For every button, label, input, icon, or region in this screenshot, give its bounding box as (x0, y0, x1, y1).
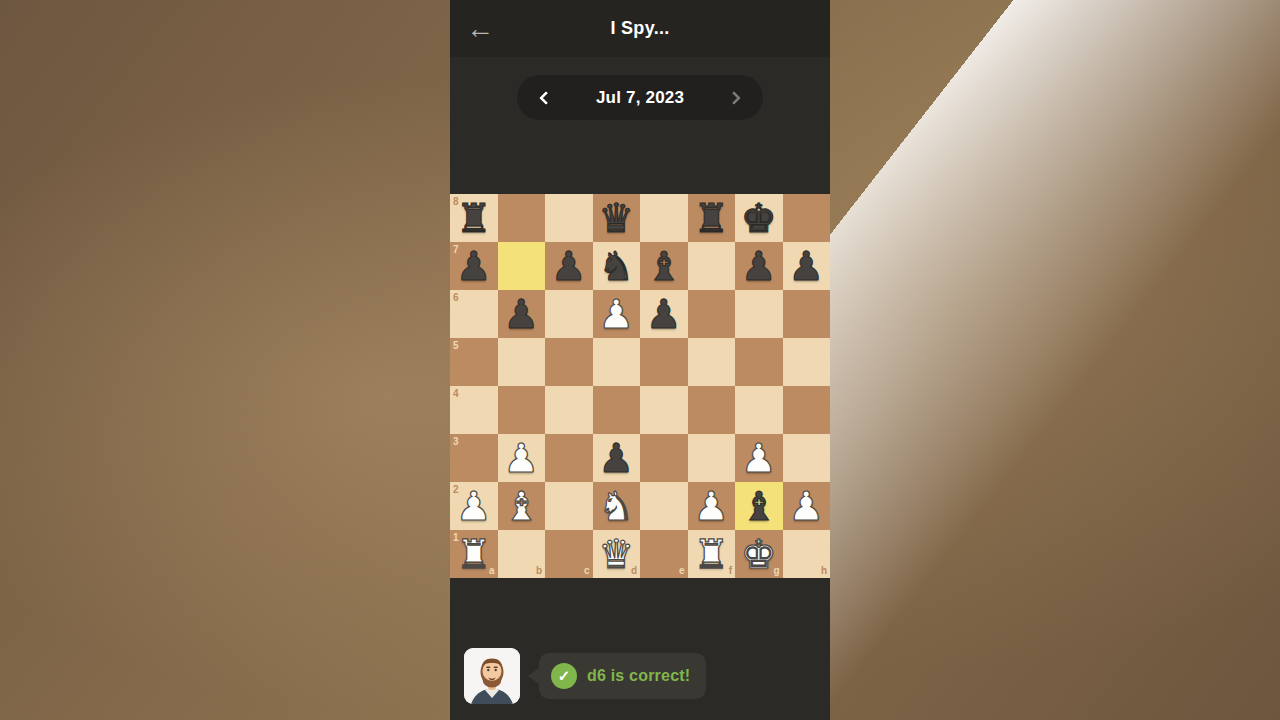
square-c6[interactable] (545, 290, 593, 338)
speech-bubble-tail (528, 668, 539, 684)
coach-avatar-illustration (464, 648, 520, 704)
piece-black-pawn: ♟ (498, 290, 546, 338)
piece-black-bishop: ♝ (640, 242, 688, 290)
square-e5[interactable] (640, 338, 688, 386)
square-b7[interactable] (498, 242, 546, 290)
date-navigator[interactable]: Jul 7, 2023 (517, 75, 763, 120)
piece-white-knight: ♞ (593, 482, 641, 530)
square-c1[interactable]: c (545, 530, 593, 578)
rank-label-4: 4 (453, 389, 459, 399)
square-f3[interactable] (688, 434, 736, 482)
square-d8[interactable]: ♛ (593, 194, 641, 242)
square-e1[interactable]: e (640, 530, 688, 578)
square-e7[interactable]: ♝ (640, 242, 688, 290)
square-c4[interactable] (545, 386, 593, 434)
square-e4[interactable] (640, 386, 688, 434)
square-f2[interactable]: ♟ (688, 482, 736, 530)
rank-label-8: 8 (453, 197, 459, 207)
rank-label-3: 3 (453, 437, 459, 447)
square-g3[interactable]: ♟ (735, 434, 783, 482)
square-h3[interactable] (783, 434, 831, 482)
file-label-e: e (679, 566, 685, 576)
file-label-d: d (631, 566, 637, 576)
back-button[interactable]: ← (466, 0, 514, 57)
file-label-g: g (773, 566, 779, 576)
piece-black-bishop: ♝ (735, 482, 783, 530)
piece-white-pawn: ♟ (593, 290, 641, 338)
blurred-background: ← I Spy... Jul 7, 2023 8♜♛♜♚7♟♟♞♝♟♟6♟♟♟5… (0, 0, 1280, 720)
rank-label-2: 2 (453, 485, 459, 495)
chevron-right-icon[interactable] (727, 90, 741, 104)
square-g2[interactable]: ♝ (735, 482, 783, 530)
chess-board: 8♜♛♜♚7♟♟♞♝♟♟6♟♟♟543♟♟♟2♟♝♞♟♝♟1a♜bcd♛ef♜g… (450, 194, 830, 578)
square-c2[interactable] (545, 482, 593, 530)
piece-black-pawn: ♟ (783, 242, 831, 290)
chevron-left-icon[interactable] (539, 90, 553, 104)
square-h1[interactable]: h (783, 530, 831, 578)
back-arrow-icon: ← (466, 15, 494, 43)
file-label-f: f (729, 566, 732, 576)
square-d1[interactable]: d♛ (593, 530, 641, 578)
square-f7[interactable] (688, 242, 736, 290)
square-g7[interactable]: ♟ (735, 242, 783, 290)
file-label-h: h (821, 566, 827, 576)
piece-black-king: ♚ (735, 194, 783, 242)
file-label-c: c (584, 566, 590, 576)
square-f5[interactable] (688, 338, 736, 386)
square-d3[interactable]: ♟ (593, 434, 641, 482)
square-a1[interactable]: 1a♜ (450, 530, 498, 578)
square-g8[interactable]: ♚ (735, 194, 783, 242)
square-c3[interactable] (545, 434, 593, 482)
speech-bubble: ✓ d6 is correct! (539, 653, 706, 699)
square-g6[interactable] (735, 290, 783, 338)
piece-black-rook: ♜ (688, 194, 736, 242)
square-h4[interactable] (783, 386, 831, 434)
page-title: I Spy... (610, 18, 669, 39)
rank-label-7: 7 (453, 245, 459, 255)
piece-white-pawn: ♟ (498, 434, 546, 482)
square-c8[interactable] (545, 194, 593, 242)
square-b1[interactable]: b (498, 530, 546, 578)
square-d4[interactable] (593, 386, 641, 434)
square-e2[interactable] (640, 482, 688, 530)
square-g1[interactable]: g♚ (735, 530, 783, 578)
piece-white-pawn: ♟ (783, 482, 831, 530)
square-a6[interactable]: 6 (450, 290, 498, 338)
square-d5[interactable] (593, 338, 641, 386)
piece-white-pawn: ♟ (735, 434, 783, 482)
piece-black-pawn: ♟ (545, 242, 593, 290)
square-b6[interactable]: ♟ (498, 290, 546, 338)
square-c5[interactable] (545, 338, 593, 386)
square-a8[interactable]: 8♜ (450, 194, 498, 242)
coach-row: ✓ d6 is correct! (464, 648, 706, 704)
piece-white-pawn: ♟ (688, 482, 736, 530)
square-f8[interactable]: ♜ (688, 194, 736, 242)
square-b4[interactable] (498, 386, 546, 434)
piece-white-bishop: ♝ (498, 482, 546, 530)
square-a3[interactable]: 3 (450, 434, 498, 482)
square-d7[interactable]: ♞ (593, 242, 641, 290)
square-d6[interactable]: ♟ (593, 290, 641, 338)
square-g5[interactable] (735, 338, 783, 386)
check-circle-icon: ✓ (551, 663, 577, 689)
coach-avatar (464, 648, 520, 704)
rank-label-6: 6 (453, 293, 459, 303)
square-f1[interactable]: f♜ (688, 530, 736, 578)
piece-black-pawn: ♟ (735, 242, 783, 290)
square-a5[interactable]: 5 (450, 338, 498, 386)
piece-black-pawn: ♟ (640, 290, 688, 338)
square-e3[interactable] (640, 434, 688, 482)
date-label: Jul 7, 2023 (596, 88, 684, 108)
feedback-message: d6 is correct! (587, 667, 690, 685)
square-h5[interactable] (783, 338, 831, 386)
feedback-section: ✓ d6 is correct! (450, 578, 830, 720)
square-h2[interactable]: ♟ (783, 482, 831, 530)
square-b3[interactable]: ♟ (498, 434, 546, 482)
square-g4[interactable] (735, 386, 783, 434)
file-label-a: a (489, 566, 495, 576)
square-h6[interactable] (783, 290, 831, 338)
piece-black-knight: ♞ (593, 242, 641, 290)
file-label-b: b (536, 566, 542, 576)
square-f6[interactable] (688, 290, 736, 338)
rank-label-1: 1 (453, 533, 459, 543)
date-section: Jul 7, 2023 (450, 57, 830, 194)
square-a4[interactable]: 4 (450, 386, 498, 434)
top-bar: ← I Spy... (450, 0, 830, 57)
rank-label-5: 5 (453, 341, 459, 351)
square-a7[interactable]: 7♟ (450, 242, 498, 290)
square-a2[interactable]: 2♟ (450, 482, 498, 530)
square-f4[interactable] (688, 386, 736, 434)
square-e8[interactable] (640, 194, 688, 242)
square-h7[interactable]: ♟ (783, 242, 831, 290)
app-window: ← I Spy... Jul 7, 2023 8♜♛♜♚7♟♟♞♝♟♟6♟♟♟5… (450, 0, 830, 720)
square-b5[interactable] (498, 338, 546, 386)
square-e6[interactable]: ♟ (640, 290, 688, 338)
square-c7[interactable]: ♟ (545, 242, 593, 290)
piece-black-queen: ♛ (593, 194, 641, 242)
square-h8[interactable] (783, 194, 831, 242)
square-b8[interactable] (498, 194, 546, 242)
square-d2[interactable]: ♞ (593, 482, 641, 530)
square-b2[interactable]: ♝ (498, 482, 546, 530)
piece-black-pawn: ♟ (593, 434, 641, 482)
